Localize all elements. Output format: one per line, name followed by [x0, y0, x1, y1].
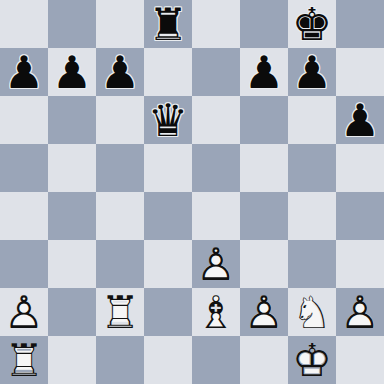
piece-black-pawn[interactable]: ♟	[48, 48, 96, 96]
square-e2[interactable]: ♝♗	[192, 288, 240, 336]
square-f8[interactable]	[240, 0, 288, 48]
piece-white-pawn[interactable]: ♟♙	[0, 288, 48, 336]
square-f1[interactable]	[240, 336, 288, 384]
square-g7[interactable]: ♟	[288, 48, 336, 96]
piece-white-pawn[interactable]: ♟♙	[240, 288, 288, 336]
white-pawn-outline: ♙	[192, 240, 240, 288]
square-b4[interactable]	[48, 192, 96, 240]
square-h1[interactable]	[336, 336, 384, 384]
square-a1[interactable]: ♜♖	[0, 336, 48, 384]
square-c4[interactable]	[96, 192, 144, 240]
square-f7[interactable]: ♟	[240, 48, 288, 96]
square-b7[interactable]: ♟	[48, 48, 96, 96]
black-pawn-glyph: ♟	[96, 48, 144, 96]
square-b6[interactable]	[48, 96, 96, 144]
square-g4[interactable]	[288, 192, 336, 240]
square-h6[interactable]: ♟	[336, 96, 384, 144]
square-b5[interactable]	[48, 144, 96, 192]
square-e5[interactable]	[192, 144, 240, 192]
white-knight-outline: ♘	[288, 288, 336, 336]
black-pawn-glyph: ♟	[48, 48, 96, 96]
square-c3[interactable]	[96, 240, 144, 288]
piece-white-pawn[interactable]: ♟♙	[336, 288, 384, 336]
square-a3[interactable]	[0, 240, 48, 288]
black-pawn-glyph: ♟	[288, 48, 336, 96]
square-a7[interactable]: ♟	[0, 48, 48, 96]
square-f4[interactable]	[240, 192, 288, 240]
square-h7[interactable]	[336, 48, 384, 96]
piece-black-pawn[interactable]: ♟	[288, 48, 336, 96]
black-king-glyph: ♚	[288, 0, 336, 48]
piece-black-king[interactable]: ♚	[288, 0, 336, 48]
square-c8[interactable]	[96, 0, 144, 48]
square-g8[interactable]: ♚	[288, 0, 336, 48]
piece-white-pawn[interactable]: ♟♙	[192, 240, 240, 288]
square-a5[interactable]	[0, 144, 48, 192]
square-e3[interactable]: ♟♙	[192, 240, 240, 288]
square-h2[interactable]: ♟♙	[336, 288, 384, 336]
square-h5[interactable]	[336, 144, 384, 192]
square-b2[interactable]	[48, 288, 96, 336]
white-pawn-outline: ♙	[336, 288, 384, 336]
square-a2[interactable]: ♟♙	[0, 288, 48, 336]
square-c6[interactable]	[96, 96, 144, 144]
chess-board: ♜♚♟♟♟♟♟♛♟♟♙♟♙♜♖♝♗♟♙♞♘♟♙♜♖♚♔	[0, 0, 384, 384]
piece-black-pawn[interactable]: ♟	[336, 96, 384, 144]
square-c1[interactable]	[96, 336, 144, 384]
piece-black-pawn[interactable]: ♟	[240, 48, 288, 96]
square-g6[interactable]	[288, 96, 336, 144]
black-queen-glyph: ♛	[144, 96, 192, 144]
square-f2[interactable]: ♟♙	[240, 288, 288, 336]
square-g5[interactable]	[288, 144, 336, 192]
square-a8[interactable]	[0, 0, 48, 48]
square-d5[interactable]	[144, 144, 192, 192]
square-g3[interactable]	[288, 240, 336, 288]
white-rook-outline: ♖	[96, 288, 144, 336]
white-pawn-outline: ♙	[0, 288, 48, 336]
square-d3[interactable]	[144, 240, 192, 288]
square-d8[interactable]: ♜	[144, 0, 192, 48]
piece-black-queen[interactable]: ♛	[144, 96, 192, 144]
white-bishop-outline: ♗	[192, 288, 240, 336]
piece-black-pawn[interactable]: ♟	[0, 48, 48, 96]
piece-white-knight[interactable]: ♞♘	[288, 288, 336, 336]
square-d6[interactable]: ♛	[144, 96, 192, 144]
black-rook-glyph: ♜	[144, 0, 192, 48]
piece-white-bishop[interactable]: ♝♗	[192, 288, 240, 336]
square-c7[interactable]: ♟	[96, 48, 144, 96]
black-pawn-glyph: ♟	[0, 48, 48, 96]
square-g1[interactable]: ♚♔	[288, 336, 336, 384]
square-e6[interactable]	[192, 96, 240, 144]
piece-white-rook[interactable]: ♜♖	[96, 288, 144, 336]
square-d4[interactable]	[144, 192, 192, 240]
white-rook-outline: ♖	[0, 336, 48, 384]
square-a6[interactable]	[0, 96, 48, 144]
square-e4[interactable]	[192, 192, 240, 240]
square-b3[interactable]	[48, 240, 96, 288]
square-h3[interactable]	[336, 240, 384, 288]
square-h4[interactable]	[336, 192, 384, 240]
piece-black-pawn[interactable]: ♟	[96, 48, 144, 96]
white-king-outline: ♔	[288, 336, 336, 384]
square-e1[interactable]	[192, 336, 240, 384]
square-d1[interactable]	[144, 336, 192, 384]
square-d2[interactable]	[144, 288, 192, 336]
square-c5[interactable]	[96, 144, 144, 192]
black-pawn-glyph: ♟	[240, 48, 288, 96]
black-pawn-glyph: ♟	[336, 96, 384, 144]
square-e7[interactable]	[192, 48, 240, 96]
square-f6[interactable]	[240, 96, 288, 144]
square-g2[interactable]: ♞♘	[288, 288, 336, 336]
square-b8[interactable]	[48, 0, 96, 48]
piece-white-king[interactable]: ♚♔	[288, 336, 336, 384]
square-f5[interactable]	[240, 144, 288, 192]
white-pawn-outline: ♙	[240, 288, 288, 336]
square-d7[interactable]	[144, 48, 192, 96]
square-h8[interactable]	[336, 0, 384, 48]
square-e8[interactable]	[192, 0, 240, 48]
piece-white-rook[interactable]: ♜♖	[0, 336, 48, 384]
square-c2[interactable]: ♜♖	[96, 288, 144, 336]
square-f3[interactable]	[240, 240, 288, 288]
piece-black-rook[interactable]: ♜	[144, 0, 192, 48]
square-a4[interactable]	[0, 192, 48, 240]
square-b1[interactable]	[48, 336, 96, 384]
